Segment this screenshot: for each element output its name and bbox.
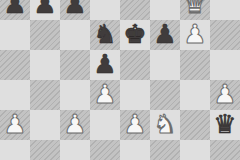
piece-white-pawn: ♟ [93, 79, 116, 109]
square-b2[interactable] [30, 140, 60, 160]
square-e2[interactable] [120, 140, 150, 160]
square-g5[interactable] [180, 50, 210, 80]
square-a6[interactable] [0, 20, 30, 50]
square-g3[interactable] [180, 110, 210, 140]
square-c6[interactable] [60, 20, 90, 50]
square-f4[interactable] [150, 80, 180, 110]
piece-white-pawn: ♟ [123, 109, 146, 139]
square-h7[interactable] [210, 0, 240, 20]
square-d4[interactable]: ♟ [90, 80, 120, 110]
square-a3[interactable]: ♟ [0, 110, 30, 140]
square-h4[interactable]: ♟ [210, 80, 240, 110]
piece-black-knight: ♞ [93, 19, 116, 49]
square-b6[interactable] [30, 20, 60, 50]
square-f7[interactable] [150, 0, 180, 20]
square-c5[interactable] [60, 50, 90, 80]
square-b4[interactable] [30, 80, 60, 110]
piece-white-pawn: ♟ [213, 79, 236, 109]
square-f2[interactable] [150, 140, 180, 160]
square-c2[interactable] [60, 140, 90, 160]
square-e7[interactable] [120, 0, 150, 20]
square-b3[interactable] [30, 110, 60, 140]
piece-white-pawn: ♟ [3, 109, 26, 139]
square-a2[interactable] [0, 140, 30, 160]
square-f5[interactable] [150, 50, 180, 80]
piece-black-pawn: ♟ [93, 49, 116, 79]
square-e6[interactable]: ♚ [120, 20, 150, 50]
square-c4[interactable] [60, 80, 90, 110]
piece-white-pawn: ♟ [63, 109, 86, 139]
square-c7[interactable]: ♟ [60, 0, 90, 20]
square-a5[interactable] [0, 50, 30, 80]
square-d2[interactable] [90, 140, 120, 160]
piece-black-king: ♚ [123, 19, 146, 49]
piece-black-pawn: ♟ [153, 19, 176, 49]
square-h3[interactable]: ♛ [210, 110, 240, 140]
square-a4[interactable] [0, 80, 30, 110]
square-a7[interactable]: ♟ [0, 0, 30, 20]
square-d7[interactable] [90, 0, 120, 20]
square-d5[interactable]: ♟ [90, 50, 120, 80]
piece-black-pawn: ♟ [3, 0, 26, 19]
square-g6[interactable]: ♟ [180, 20, 210, 50]
piece-white-knight: ♞ [153, 109, 176, 139]
square-g4[interactable] [180, 80, 210, 110]
square-b5[interactable] [30, 50, 60, 80]
square-g2[interactable] [180, 140, 210, 160]
piece-white-pawn: ♟ [183, 19, 206, 49]
square-e4[interactable] [120, 80, 150, 110]
square-f3[interactable]: ♞ [150, 110, 180, 140]
square-h5[interactable] [210, 50, 240, 80]
square-b7[interactable]: ♟ [30, 0, 60, 20]
square-d3[interactable] [90, 110, 120, 140]
square-e3[interactable]: ♟ [120, 110, 150, 140]
screenshot-root: ♟♟♟♛♞♚♟♟♟♟♟♟♟♟♞♛ [0, 0, 240, 160]
square-h6[interactable] [210, 20, 240, 50]
square-f6[interactable]: ♟ [150, 20, 180, 50]
square-e5[interactable] [120, 50, 150, 80]
piece-white-queen: ♛ [183, 0, 206, 19]
square-h2[interactable] [210, 140, 240, 160]
chess-board: ♟♟♟♛♞♚♟♟♟♟♟♟♟♟♞♛ [0, 0, 240, 160]
piece-black-pawn: ♟ [63, 0, 86, 19]
piece-black-queen: ♛ [213, 109, 236, 139]
square-c3[interactable]: ♟ [60, 110, 90, 140]
square-g7[interactable]: ♛ [180, 0, 210, 20]
piece-black-pawn: ♟ [33, 0, 56, 19]
square-d6[interactable]: ♞ [90, 20, 120, 50]
